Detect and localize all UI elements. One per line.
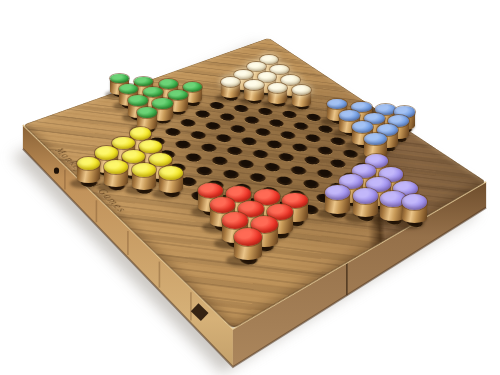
board-hole[interactable] xyxy=(397,203,414,214)
board-hole[interactable] xyxy=(290,165,306,175)
board-hole[interactable] xyxy=(252,149,268,159)
board-hole[interactable] xyxy=(255,127,270,136)
board-hole[interactable] xyxy=(317,146,332,155)
board-hole[interactable] xyxy=(343,149,358,158)
board-corner-right xyxy=(485,181,488,183)
board-hole[interactable] xyxy=(134,184,152,195)
board-hole[interactable] xyxy=(317,169,332,179)
board-hole[interactable] xyxy=(120,101,136,110)
board-hole[interactable] xyxy=(273,80,287,88)
board-hole[interactable] xyxy=(242,224,260,236)
board-hole[interactable] xyxy=(255,240,273,252)
board-hole[interactable] xyxy=(292,143,307,152)
board-hole[interactable] xyxy=(355,140,370,149)
board-hole[interactable] xyxy=(230,124,246,133)
board-hole[interactable] xyxy=(148,137,165,146)
board-hole[interactable] xyxy=(306,113,320,122)
board-hole[interactable] xyxy=(194,110,210,119)
board-hole[interactable] xyxy=(303,179,319,189)
board-hole[interactable] xyxy=(244,116,259,125)
board-hole[interactable] xyxy=(124,170,142,180)
board-hole[interactable] xyxy=(304,155,319,165)
board-hole[interactable] xyxy=(158,149,175,159)
board-hole[interactable] xyxy=(316,193,332,204)
board-hole[interactable] xyxy=(249,78,263,86)
board-hole[interactable] xyxy=(262,70,276,78)
board-hole[interactable] xyxy=(278,152,293,162)
board-hole[interactable] xyxy=(356,162,371,172)
board-hole[interactable] xyxy=(97,166,115,176)
board-hole[interactable] xyxy=(206,180,223,190)
board-hole[interactable] xyxy=(247,96,262,104)
board-hole[interactable] xyxy=(357,211,373,222)
board-hole[interactable] xyxy=(139,124,156,133)
board-hole[interactable] xyxy=(223,93,238,101)
board-corner-left xyxy=(21,124,24,126)
board-hole[interactable] xyxy=(239,253,257,265)
board-hole[interactable] xyxy=(237,159,253,169)
board-hole[interactable] xyxy=(154,115,170,124)
board-hole[interactable] xyxy=(391,134,406,143)
board-hole[interactable] xyxy=(379,122,393,131)
board-hole[interactable] xyxy=(370,200,386,211)
board-hole[interactable] xyxy=(295,102,309,110)
board-hole[interactable] xyxy=(383,189,399,199)
board-hole[interactable] xyxy=(185,153,202,163)
board-hole[interactable] xyxy=(142,159,160,169)
board-hole[interactable] xyxy=(356,185,372,195)
board-hole[interactable] xyxy=(179,176,196,186)
board-hole[interactable] xyxy=(276,176,292,186)
board-hole[interactable] xyxy=(280,131,295,140)
board-hole[interactable] xyxy=(260,88,274,96)
board-hole[interactable] xyxy=(241,137,257,146)
board-hole[interactable] xyxy=(258,212,275,223)
board-hole[interactable] xyxy=(249,172,265,182)
board-hole[interactable] xyxy=(330,137,344,146)
board-hole[interactable] xyxy=(215,133,231,142)
board-hole[interactable] xyxy=(213,220,231,232)
board-hole[interactable] xyxy=(129,112,146,121)
board-hole[interactable] xyxy=(202,205,220,216)
board-hole[interactable] xyxy=(218,194,235,205)
board-corner-far xyxy=(268,37,270,38)
board-hole[interactable] xyxy=(115,156,133,166)
board-hole[interactable] xyxy=(209,101,224,109)
board-hole[interactable] xyxy=(136,92,152,100)
board-corner-near xyxy=(231,328,235,331)
board-hole[interactable] xyxy=(246,197,263,208)
board-hole[interactable] xyxy=(368,152,383,161)
board-hole[interactable] xyxy=(112,89,128,97)
board-hole[interactable] xyxy=(305,134,320,143)
board-hole[interactable] xyxy=(369,175,385,185)
board-hole[interactable] xyxy=(190,191,208,202)
board-hole[interactable] xyxy=(152,173,170,183)
board-hole[interactable] xyxy=(367,131,382,140)
board-hole[interactable] xyxy=(261,186,278,197)
board-hole[interactable] xyxy=(318,125,332,134)
board-rotation-wrap: Monkey Pod Games xyxy=(0,0,500,375)
board-hole[interactable] xyxy=(380,143,395,152)
board-hole[interactable] xyxy=(226,236,244,248)
board-hole[interactable] xyxy=(343,196,359,207)
board-hole[interactable] xyxy=(226,146,242,156)
board-hole[interactable] xyxy=(190,130,206,139)
board-hole[interactable] xyxy=(107,180,126,191)
board-hole[interactable] xyxy=(282,110,296,119)
board-hole[interactable] xyxy=(234,183,251,194)
board-hole[interactable] xyxy=(233,104,248,113)
board-hole[interactable] xyxy=(170,107,186,116)
board-hole[interactable] xyxy=(164,127,181,136)
board-hole[interactable] xyxy=(180,118,196,127)
board-hole[interactable] xyxy=(195,166,212,176)
board-hole[interactable] xyxy=(329,207,345,218)
board-hole[interactable] xyxy=(302,204,318,215)
board-hole[interactable] xyxy=(205,121,221,130)
board-hole[interactable] xyxy=(343,172,358,182)
board-hole[interactable] xyxy=(287,216,304,227)
board-hole[interactable] xyxy=(274,201,291,212)
board-hole[interactable] xyxy=(266,140,281,149)
board-hole[interactable] xyxy=(257,107,272,116)
board-hole[interactable] xyxy=(160,95,176,103)
photo-scene: Monkey Pod Games xyxy=(0,0,500,375)
board-hole[interactable] xyxy=(271,99,285,107)
board-hole[interactable] xyxy=(200,143,216,153)
board-hole[interactable] xyxy=(293,122,308,131)
board-hole[interactable] xyxy=(168,163,185,173)
board-hole[interactable] xyxy=(162,187,180,198)
board-hole[interactable] xyxy=(185,98,201,106)
board-hole[interactable] xyxy=(219,113,234,122)
board-hole[interactable] xyxy=(330,116,344,125)
board-hole[interactable] xyxy=(406,217,423,228)
board-hole[interactable] xyxy=(79,177,98,188)
board-hole[interactable] xyxy=(222,169,239,179)
board-hole[interactable] xyxy=(230,209,247,220)
board-hole[interactable] xyxy=(354,119,368,128)
board-hole[interactable] xyxy=(264,162,280,172)
board-hole[interactable] xyxy=(145,104,161,113)
board-tilt-plane: Monkey Pod Games xyxy=(0,14,500,364)
board-hole[interactable] xyxy=(132,146,149,156)
board-hole[interactable] xyxy=(269,119,284,128)
board-hole[interactable] xyxy=(397,124,412,133)
board-hole[interactable] xyxy=(288,190,304,201)
board-hole[interactable] xyxy=(343,128,357,137)
board-hole[interactable] xyxy=(211,156,228,166)
board-hole[interactable] xyxy=(384,214,401,225)
board-hole[interactable] xyxy=(283,91,297,99)
board-hole[interactable] xyxy=(174,140,191,149)
board-hole[interactable] xyxy=(236,85,251,93)
board-hole[interactable] xyxy=(330,159,345,169)
board-hole[interactable] xyxy=(330,182,346,192)
board-hole[interactable] xyxy=(271,227,288,239)
board-grid xyxy=(51,51,430,289)
